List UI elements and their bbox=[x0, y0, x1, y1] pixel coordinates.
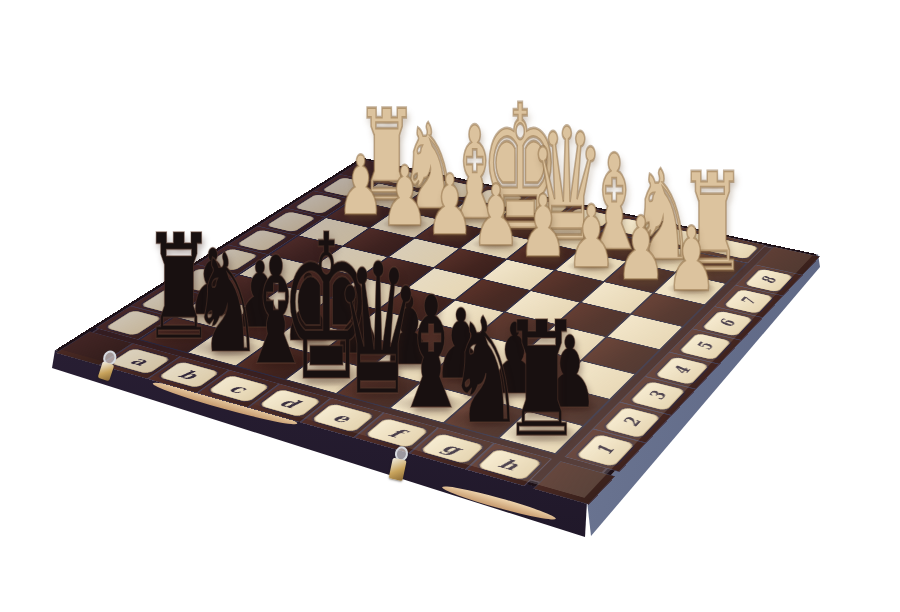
coordinate-label: 1 bbox=[592, 444, 618, 456]
dark-rook-h1[interactable]: ♜ bbox=[497, 302, 586, 461]
coordinate-label: 2 bbox=[620, 416, 646, 428]
coordinate-label: 3 bbox=[646, 390, 671, 401]
light-pawn-g7[interactable]: ♟ bbox=[612, 205, 669, 293]
light-pawn-h7[interactable]: ♟ bbox=[663, 215, 720, 304]
coordinate-label: 6 bbox=[716, 318, 739, 328]
clasp-body bbox=[389, 458, 407, 481]
light-pawn-f7[interactable]: ♟ bbox=[563, 194, 619, 281]
coordinate-label: 5 bbox=[694, 341, 718, 351]
coordinate-label: 8 bbox=[758, 276, 780, 285]
brass-clasp-front bbox=[389, 445, 410, 481]
clasp-body bbox=[97, 361, 114, 381]
coordinate-label: 4 bbox=[670, 365, 694, 375]
chess-set-photo: abcdefgh 87654321 ♜♞♝♚♛♝♞♜♟♟♟♟♟♟♟♟♟♟♟♟♟♟… bbox=[0, 0, 900, 612]
